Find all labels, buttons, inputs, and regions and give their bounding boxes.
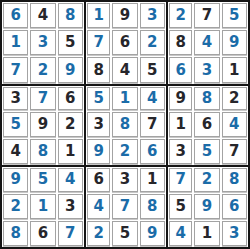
cell-r9c5[interactable]: 5: [111, 220, 138, 247]
digit-filled[interactable]: 5: [30, 168, 55, 191]
cell-r6c5[interactable]: 2: [111, 138, 138, 165]
cell-r6c9[interactable]: 7: [221, 138, 248, 165]
digit-given[interactable]: 8: [169, 30, 192, 55]
digit-filled[interactable]: 9: [194, 194, 219, 219]
cell-r7c2[interactable]: 5: [29, 165, 56, 192]
cell-r9c2[interactable]: 6: [29, 220, 56, 247]
digit-filled[interactable]: 9: [58, 57, 83, 82]
cell-r5c1[interactable]: 5: [2, 111, 29, 138]
digit-given[interactable]: 5: [58, 30, 83, 55]
cell-r3c1[interactable]: 7: [2, 56, 29, 83]
cell-r5c3[interactable]: 2: [57, 111, 84, 138]
digit-given[interactable]: 6: [30, 221, 55, 246]
digit-filled[interactable]: 8: [30, 139, 55, 164]
cell-r6c1[interactable]: 4: [2, 138, 29, 165]
cell-r4c6[interactable]: 4: [139, 84, 166, 111]
digit-given[interactable]: 1: [222, 57, 247, 82]
cell-r8c7[interactable]: 5: [166, 193, 193, 220]
digit-filled[interactable]: 5: [194, 139, 219, 164]
digit-filled[interactable]: 4: [194, 30, 219, 55]
cell-r7c3[interactable]: 4: [57, 165, 84, 192]
cell-r2c4[interactable]: 7: [84, 29, 111, 56]
digit-given[interactable]: 4: [112, 57, 137, 82]
cell-r5c9[interactable]: 4: [221, 111, 248, 138]
cell-r8c1[interactable]: 2: [2, 193, 29, 220]
digit-filled[interactable]: 7: [30, 87, 55, 110]
cell-r9c1[interactable]: 8: [2, 220, 29, 247]
digit-given[interactable]: 2: [58, 112, 83, 137]
cell-r2c8[interactable]: 4: [193, 29, 220, 56]
cell-r4c3[interactable]: 6: [57, 84, 84, 111]
cell-r7c6[interactable]: 1: [139, 165, 166, 192]
digit-filled[interactable]: 2: [3, 194, 28, 219]
digit-filled[interactable]: 6: [169, 57, 192, 82]
cell-r3c2[interactable]: 2: [29, 56, 56, 83]
digit-filled[interactable]: 1: [3, 30, 28, 55]
digit-filled[interactable]: 9: [87, 139, 110, 164]
digit-filled[interactable]: 4: [140, 87, 165, 110]
digit-given[interactable]: 7: [194, 3, 219, 28]
cell-r6c6[interactable]: 6: [139, 138, 166, 165]
cell-r1c9[interactable]: 5: [221, 2, 248, 29]
digit-filled[interactable]: 7: [58, 221, 83, 246]
digit-filled[interactable]: 4: [58, 168, 83, 191]
cell-r9c4[interactable]: 2: [84, 220, 111, 247]
cell-r5c4[interactable]: 3: [84, 111, 111, 138]
cell-r9c8[interactable]: 1: [193, 220, 220, 247]
digit-filled[interactable]: 5: [3, 112, 28, 137]
cell-r4c5[interactable]: 1: [111, 84, 138, 111]
digit-filled[interactable]: 2: [30, 57, 55, 82]
digit-filled[interactable]: 3: [222, 221, 247, 246]
digit-given[interactable]: 7: [140, 112, 165, 137]
cell-r7c7[interactable]: 7: [166, 165, 193, 192]
digit-given[interactable]: 6: [194, 112, 219, 137]
cell-r8c6[interactable]: 8: [139, 193, 166, 220]
digit-given[interactable]: 5: [140, 57, 165, 82]
digit-given[interactable]: 1: [140, 168, 165, 191]
cell-r3c6[interactable]: 5: [139, 56, 166, 83]
cell-r4c8[interactable]: 8: [193, 84, 220, 111]
digit-filled[interactable]: 6: [140, 139, 165, 164]
cell-r3c3[interactable]: 9: [57, 56, 84, 83]
cell-r5c6[interactable]: 7: [139, 111, 166, 138]
digit-given[interactable]: 6: [58, 87, 83, 110]
digit-filled[interactable]: 5: [87, 87, 110, 110]
digit-given[interactable]: 5: [169, 194, 192, 219]
cell-r6c3[interactable]: 1: [57, 138, 84, 165]
digit-filled[interactable]: 8: [112, 112, 137, 137]
cell-r2c7[interactable]: 8: [166, 29, 193, 56]
digit-given[interactable]: 1: [194, 221, 219, 246]
cell-r4c1[interactable]: 3: [2, 84, 29, 111]
cell-r5c7[interactable]: 1: [166, 111, 193, 138]
digit-given[interactable]: 4: [30, 3, 55, 28]
digit-filled[interactable]: 8: [58, 3, 83, 28]
digit-given[interactable]: 2: [222, 87, 247, 110]
digit-given[interactable]: 1: [58, 139, 83, 164]
cell-r5c5[interactable]: 8: [111, 111, 138, 138]
cell-r9c3[interactable]: 7: [57, 220, 84, 247]
digit-filled[interactable]: 8: [222, 168, 247, 191]
digit-filled[interactable]: 1: [112, 87, 137, 110]
cell-r8c2[interactable]: 1: [29, 193, 56, 220]
sudoku-board: 6481932751357628497298456313765149825923…: [0, 0, 250, 249]
cell-r2c5[interactable]: 6: [111, 29, 138, 56]
cell-r8c3[interactable]: 3: [57, 193, 84, 220]
cell-r2c2[interactable]: 3: [29, 29, 56, 56]
cell-r8c8[interactable]: 9: [193, 193, 220, 220]
digit-filled[interactable]: 4: [87, 194, 110, 219]
cell-r8c4[interactable]: 4: [84, 193, 111, 220]
digit-given[interactable]: 3: [3, 87, 28, 110]
digit-filled[interactable]: 7: [87, 30, 110, 55]
cell-r6c4[interactable]: 9: [84, 138, 111, 165]
digit-given[interactable]: 3: [112, 168, 137, 191]
cell-r3c5[interactable]: 4: [111, 56, 138, 83]
cell-r3c9[interactable]: 1: [221, 56, 248, 83]
cell-r8c9[interactable]: 6: [221, 193, 248, 220]
digit-given[interactable]: 6: [87, 168, 110, 191]
digit-filled[interactable]: 7: [3, 57, 28, 82]
digit-filled[interactable]: 2: [140, 30, 165, 55]
digit-filled[interactable]: 9: [222, 30, 247, 55]
digit-filled[interactable]: 1: [30, 194, 55, 219]
cell-r8c5[interactable]: 7: [111, 193, 138, 220]
cell-r7c9[interactable]: 8: [221, 165, 248, 192]
digit-given[interactable]: 4: [3, 139, 28, 164]
digit-given[interactable]: 7: [222, 139, 247, 164]
cell-r4c9[interactable]: 2: [221, 84, 248, 111]
cell-r1c3[interactable]: 8: [57, 2, 84, 29]
cell-r6c7[interactable]: 3: [166, 138, 193, 165]
digit-given[interactable]: 5: [112, 221, 137, 246]
digit-given[interactable]: 6: [112, 30, 137, 55]
cell-r2c1[interactable]: 1: [2, 29, 29, 56]
cell-r6c2[interactable]: 8: [29, 138, 56, 165]
cell-r9c9[interactable]: 3: [221, 220, 248, 247]
digit-filled[interactable]: 9: [3, 168, 28, 191]
digit-filled[interactable]: 8: [140, 194, 165, 219]
cell-r1c6[interactable]: 3: [139, 2, 166, 29]
cell-r2c6[interactable]: 2: [139, 29, 166, 56]
digit-filled[interactable]: 6: [3, 3, 28, 28]
digit-filled[interactable]: 9: [140, 221, 165, 246]
cell-r3c7[interactable]: 6: [166, 56, 193, 83]
cell-r4c4[interactable]: 5: [84, 84, 111, 111]
digit-filled[interactable]: 5: [222, 3, 247, 28]
cell-r3c8[interactable]: 3: [193, 56, 220, 83]
cell-r1c7[interactable]: 2: [166, 2, 193, 29]
digit-given[interactable]: 3: [87, 112, 110, 137]
digit-filled[interactable]: 2: [169, 3, 192, 28]
digit-filled[interactable]: 3: [194, 57, 219, 82]
cell-r1c1[interactable]: 6: [2, 2, 29, 29]
digit-filled[interactable]: 7: [169, 168, 192, 191]
cell-r5c2[interactable]: 9: [29, 111, 56, 138]
cell-r1c5[interactable]: 9: [111, 2, 138, 29]
digit-filled[interactable]: 3: [30, 30, 55, 55]
digit-filled[interactable]: 2: [87, 221, 110, 246]
digit-given[interactable]: 9: [112, 3, 137, 28]
cell-r1c8[interactable]: 7: [193, 2, 220, 29]
digit-filled[interactable]: 8: [194, 87, 219, 110]
digit-filled[interactable]: 7: [112, 194, 137, 219]
digit-given[interactable]: 9: [169, 87, 192, 110]
cell-r7c5[interactable]: 3: [111, 165, 138, 192]
cell-r6c8[interactable]: 5: [193, 138, 220, 165]
digit-given[interactable]: 3: [58, 194, 83, 219]
digit-filled[interactable]: 1: [87, 3, 110, 28]
cell-r1c2[interactable]: 4: [29, 2, 56, 29]
cell-r9c7[interactable]: 4: [166, 220, 193, 247]
cell-r7c1[interactable]: 9: [2, 165, 29, 192]
cell-r9c6[interactable]: 9: [139, 220, 166, 247]
digit-filled[interactable]: 2: [194, 168, 219, 191]
cell-r2c9[interactable]: 9: [221, 29, 248, 56]
cell-r4c7[interactable]: 9: [166, 84, 193, 111]
cell-r5c8[interactable]: 6: [193, 111, 220, 138]
cell-r7c4[interactable]: 6: [84, 165, 111, 192]
digit-filled[interactable]: 6: [222, 194, 247, 219]
digit-filled[interactable]: 4: [222, 112, 247, 137]
digit-given[interactable]: 8: [87, 57, 110, 82]
digit-given[interactable]: 1: [169, 112, 192, 137]
digit-given[interactable]: 3: [169, 139, 192, 164]
cell-r2c3[interactable]: 5: [57, 29, 84, 56]
digit-filled[interactable]: 2: [112, 139, 137, 164]
digit-filled[interactable]: 3: [140, 3, 165, 28]
digit-filled[interactable]: 8: [3, 221, 28, 246]
digit-filled[interactable]: 4: [169, 221, 192, 246]
cell-r1c4[interactable]: 1: [84, 2, 111, 29]
digit-given[interactable]: 9: [30, 112, 55, 137]
cell-r3c4[interactable]: 8: [84, 56, 111, 83]
cell-r7c8[interactable]: 2: [193, 165, 220, 192]
cell-r4c2[interactable]: 7: [29, 84, 56, 111]
